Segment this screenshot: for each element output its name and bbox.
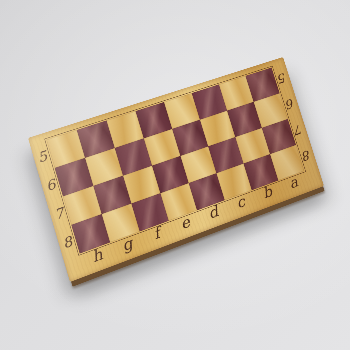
chessboard: 56785678hgfedcba — [28, 57, 324, 282]
photo-background: 56785678hgfedcba — [0, 0, 350, 350]
